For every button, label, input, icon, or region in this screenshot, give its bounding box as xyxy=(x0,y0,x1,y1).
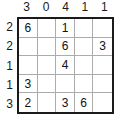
cell-r4c5[interactable] xyxy=(93,75,112,94)
cell-r5c5[interactable] xyxy=(93,93,112,112)
cell-r4c4[interactable] xyxy=(75,75,94,94)
col-clue-3: 4 xyxy=(56,0,75,14)
row-clue-4: 1 xyxy=(0,75,15,94)
row-clue-5: 3 xyxy=(0,95,15,114)
row-clue-3: 1 xyxy=(0,56,15,75)
col-clue-1: 3 xyxy=(17,0,36,14)
cell-r1c3[interactable]: 1 xyxy=(56,19,75,38)
row-clue-2: 2 xyxy=(0,36,15,55)
cell-r3c5[interactable] xyxy=(93,56,112,75)
cell-r4c3[interactable] xyxy=(56,75,75,94)
col-clue-4: 1 xyxy=(75,0,94,14)
cell-r5c3[interactable]: 3 xyxy=(56,93,75,112)
cell-r5c4[interactable]: 6 xyxy=(75,93,94,112)
cell-r2c2[interactable] xyxy=(38,38,57,57)
cell-r4c1[interactable]: 3 xyxy=(19,75,38,94)
cell-r3c4[interactable] xyxy=(75,56,94,75)
cell-r3c3[interactable]: 4 xyxy=(56,56,75,75)
cell-r2c4[interactable] xyxy=(75,38,94,57)
puzzle-board: 616343236 xyxy=(17,17,114,114)
cell-r3c2[interactable] xyxy=(38,56,57,75)
cell-r4c2[interactable] xyxy=(38,75,57,94)
col-clue-2: 0 xyxy=(36,0,55,14)
cell-r2c5[interactable]: 3 xyxy=(93,38,112,57)
cell-r5c2[interactable] xyxy=(38,93,57,112)
puzzle-page: 30411 22113 616343236 xyxy=(0,0,120,120)
column-clue-band: 30411 xyxy=(17,0,114,14)
cell-r1c1[interactable]: 6 xyxy=(19,19,38,38)
cell-r1c5[interactable] xyxy=(93,19,112,38)
cell-r2c3[interactable]: 6 xyxy=(56,38,75,57)
cell-r2c1[interactable] xyxy=(19,38,38,57)
col-clue-5: 1 xyxy=(95,0,114,14)
cell-r5c1[interactable]: 2 xyxy=(19,93,38,112)
cell-r1c2[interactable] xyxy=(38,19,57,38)
cell-r1c4[interactable] xyxy=(75,19,94,38)
row-clue-band: 22113 xyxy=(0,17,15,114)
row-clue-1: 2 xyxy=(0,17,15,36)
cell-r3c1[interactable] xyxy=(19,56,38,75)
